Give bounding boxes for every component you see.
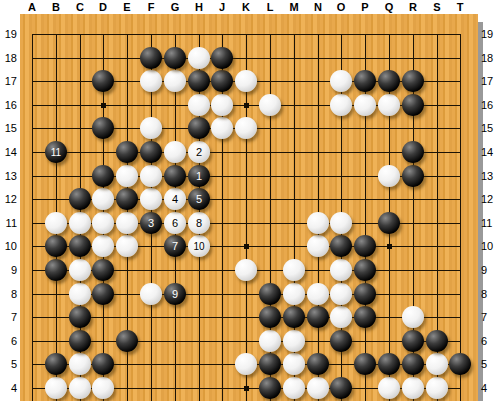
stone[interactable] xyxy=(330,70,352,92)
coordinate-label-right: 10 xyxy=(481,240,499,252)
stone[interactable] xyxy=(307,235,329,257)
coordinate-label-left: 15 xyxy=(0,122,17,134)
stone-move-6[interactable]: 6 xyxy=(164,212,186,234)
coordinate-label-left: 6 xyxy=(0,335,17,347)
stone[interactable] xyxy=(92,117,114,139)
stone[interactable] xyxy=(259,283,281,305)
coordinate-label-top: M xyxy=(282,1,306,13)
coordinate-label-left: 17 xyxy=(0,75,17,87)
stone[interactable] xyxy=(354,259,376,281)
stone[interactable] xyxy=(307,377,329,399)
stone[interactable] xyxy=(354,306,376,328)
coordinate-label-top: E xyxy=(115,1,139,13)
stone-move-5[interactable]: 5 xyxy=(188,188,210,210)
coordinate-label-left: 8 xyxy=(0,288,17,300)
stone[interactable] xyxy=(92,377,114,399)
stone[interactable] xyxy=(69,306,91,328)
stone[interactable] xyxy=(426,330,448,352)
stone[interactable] xyxy=(402,353,424,375)
stone[interactable] xyxy=(140,165,162,187)
stone[interactable] xyxy=(45,235,67,257)
stone[interactable] xyxy=(402,165,424,187)
stone[interactable] xyxy=(69,330,91,352)
stone[interactable] xyxy=(283,353,305,375)
go-app-window: ABCDEFGHJKLMNOPQRST191918181717161615151… xyxy=(0,0,500,401)
stone[interactable] xyxy=(259,306,281,328)
coordinate-label-right: 15 xyxy=(481,122,499,134)
coordinate-label-left: 18 xyxy=(0,52,17,64)
stone-move-1[interactable]: 1 xyxy=(188,165,210,187)
coordinate-label-top: P xyxy=(353,1,377,13)
stone[interactable] xyxy=(92,259,114,281)
coordinate-label-right: 14 xyxy=(481,146,499,158)
coordinate-label-right: 5 xyxy=(481,358,499,370)
stone[interactable] xyxy=(307,283,329,305)
coordinate-label-right: 16 xyxy=(481,99,499,111)
stone[interactable] xyxy=(92,235,114,257)
stone-move-9[interactable]: 9 xyxy=(164,283,186,305)
stone[interactable] xyxy=(330,94,352,116)
stone[interactable] xyxy=(426,377,448,399)
stone[interactable] xyxy=(259,377,281,399)
coordinate-label-right: 9 xyxy=(481,264,499,276)
coordinate-label-right: 13 xyxy=(481,170,499,182)
stone[interactable] xyxy=(69,377,91,399)
coordinate-label-top: L xyxy=(258,1,282,13)
stone[interactable] xyxy=(211,117,233,139)
coordinate-label-right: 18 xyxy=(481,52,499,64)
coordinate-label-top: A xyxy=(20,1,44,13)
stone[interactable] xyxy=(69,188,91,210)
stone[interactable] xyxy=(330,306,352,328)
stone[interactable] xyxy=(92,353,114,375)
coordinate-label-left: 16 xyxy=(0,99,17,111)
stone[interactable] xyxy=(259,94,281,116)
stone[interactable] xyxy=(378,377,400,399)
stone[interactable] xyxy=(92,188,114,210)
stone-move-11[interactable]: 11 xyxy=(45,141,67,163)
stone[interactable] xyxy=(307,306,329,328)
stone[interactable] xyxy=(354,353,376,375)
stone[interactable] xyxy=(354,94,376,116)
stone[interactable] xyxy=(378,70,400,92)
grid-vline xyxy=(32,34,33,401)
stone[interactable] xyxy=(45,212,67,234)
coordinate-label-left: 14 xyxy=(0,146,17,158)
coordinate-label-left: 7 xyxy=(0,311,17,323)
stone[interactable] xyxy=(69,212,91,234)
stone[interactable] xyxy=(330,330,352,352)
stone[interactable] xyxy=(45,353,67,375)
stone[interactable] xyxy=(259,330,281,352)
stone[interactable] xyxy=(402,330,424,352)
coordinate-label-left: 13 xyxy=(0,170,17,182)
grid-vline xyxy=(460,34,461,401)
stone[interactable] xyxy=(283,330,305,352)
stone[interactable] xyxy=(140,141,162,163)
stone[interactable] xyxy=(69,235,91,257)
coordinate-label-left: 10 xyxy=(0,240,17,252)
stone[interactable] xyxy=(188,47,210,69)
stone[interactable] xyxy=(140,70,162,92)
stone[interactable] xyxy=(283,283,305,305)
stone[interactable] xyxy=(92,70,114,92)
stone[interactable] xyxy=(426,353,448,375)
coordinate-label-top: B xyxy=(44,1,68,13)
coordinate-label-left: 12 xyxy=(0,193,17,205)
stone[interactable] xyxy=(378,353,400,375)
stone[interactable] xyxy=(330,283,352,305)
coordinate-label-left: 19 xyxy=(0,28,17,40)
coordinate-label-top: G xyxy=(163,1,187,13)
stone-move-10[interactable]: 10 xyxy=(188,235,210,257)
stone[interactable] xyxy=(378,212,400,234)
stone[interactable] xyxy=(188,117,210,139)
coordinate-label-left: 11 xyxy=(0,217,17,229)
stone[interactable] xyxy=(378,165,400,187)
star-point xyxy=(244,244,249,249)
stone[interactable] xyxy=(188,70,210,92)
stone[interactable] xyxy=(330,259,352,281)
stone[interactable] xyxy=(330,377,352,399)
star-point xyxy=(101,103,106,108)
coordinate-label-top: H xyxy=(187,1,211,13)
stone[interactable] xyxy=(235,70,257,92)
coordinate-label-top: J xyxy=(210,1,234,13)
stone[interactable] xyxy=(164,47,186,69)
stone[interactable] xyxy=(92,165,114,187)
coordinate-label-right: 12 xyxy=(481,193,499,205)
coordinate-label-left: 5 xyxy=(0,358,17,370)
coordinate-label-top: S xyxy=(425,1,449,13)
coordinate-label-right: 4 xyxy=(481,382,499,394)
stone[interactable] xyxy=(283,259,305,281)
coordinate-label-top: O xyxy=(329,1,353,13)
stone[interactable] xyxy=(116,165,138,187)
stone[interactable] xyxy=(402,306,424,328)
stone-move-7[interactable]: 7 xyxy=(164,235,186,257)
stone[interactable] xyxy=(116,212,138,234)
stone[interactable] xyxy=(354,70,376,92)
stone-move-8[interactable]: 8 xyxy=(188,212,210,234)
coordinate-label-left: 9 xyxy=(0,264,17,276)
stone[interactable] xyxy=(211,70,233,92)
star-point xyxy=(387,244,392,249)
stone[interactable] xyxy=(354,283,376,305)
stone[interactable] xyxy=(283,377,305,399)
stone[interactable] xyxy=(69,283,91,305)
coordinate-label-left: 4 xyxy=(0,382,17,394)
coordinate-label-right: 6 xyxy=(481,335,499,347)
coordinate-label-right: 11 xyxy=(481,217,499,229)
stone[interactable] xyxy=(402,377,424,399)
coordinate-label-top: R xyxy=(401,1,425,13)
star-point xyxy=(244,386,249,391)
stone[interactable] xyxy=(164,141,186,163)
stone[interactable] xyxy=(211,47,233,69)
stone[interactable] xyxy=(188,94,210,116)
stone[interactable] xyxy=(45,377,67,399)
stone[interactable] xyxy=(92,212,114,234)
stone[interactable] xyxy=(116,188,138,210)
coordinate-label-top: N xyxy=(306,1,330,13)
stone[interactable] xyxy=(354,235,376,257)
stone[interactable] xyxy=(116,141,138,163)
stone[interactable] xyxy=(235,117,257,139)
stone[interactable] xyxy=(402,141,424,163)
stone-move-4[interactable]: 4 xyxy=(164,188,186,210)
coordinate-label-right: 8 xyxy=(481,288,499,300)
stone[interactable] xyxy=(259,353,281,375)
stone[interactable] xyxy=(211,94,233,116)
stone[interactable] xyxy=(164,70,186,92)
coordinate-label-top: Q xyxy=(377,1,401,13)
stone[interactable] xyxy=(330,235,352,257)
stone[interactable] xyxy=(69,353,91,375)
stone[interactable] xyxy=(140,283,162,305)
stone-move-2[interactable]: 2 xyxy=(188,141,210,163)
stone[interactable] xyxy=(330,212,352,234)
coordinate-label-top: T xyxy=(448,1,472,13)
stone[interactable] xyxy=(235,353,257,375)
stone[interactable] xyxy=(45,259,67,281)
stone[interactable] xyxy=(69,259,91,281)
stone[interactable] xyxy=(116,330,138,352)
coordinate-label-right: 7 xyxy=(481,311,499,323)
stone[interactable] xyxy=(307,212,329,234)
stone[interactable] xyxy=(116,235,138,257)
coordinate-label-top: C xyxy=(68,1,92,13)
star-point xyxy=(244,103,249,108)
stone[interactable] xyxy=(402,70,424,92)
coordinate-label-top: K xyxy=(234,1,258,13)
stone[interactable] xyxy=(402,94,424,116)
stone[interactable] xyxy=(449,353,471,375)
coordinate-label-top: F xyxy=(139,1,163,13)
coordinate-label-right: 17 xyxy=(481,75,499,87)
stone-move-3[interactable]: 3 xyxy=(140,212,162,234)
stone[interactable] xyxy=(378,94,400,116)
stone[interactable] xyxy=(235,259,257,281)
stone[interactable] xyxy=(140,188,162,210)
coordinate-label-right: 19 xyxy=(481,28,499,40)
stone[interactable] xyxy=(164,165,186,187)
coordinate-label-top: D xyxy=(91,1,115,13)
stone[interactable] xyxy=(283,306,305,328)
stone[interactable] xyxy=(92,283,114,305)
stone[interactable] xyxy=(140,117,162,139)
stone[interactable] xyxy=(307,353,329,375)
stone[interactable] xyxy=(140,47,162,69)
